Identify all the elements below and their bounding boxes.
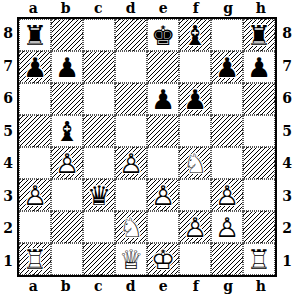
piece-glyph: ♟: [19, 51, 51, 83]
piece-glyph: ♙: [211, 211, 243, 243]
rank-label-3: 3: [0, 180, 16, 213]
piece-glyph: ♙: [51, 147, 83, 179]
piece-glyph: ♙: [179, 211, 211, 243]
rank-label-4: 4: [279, 147, 295, 180]
piece-wR-a1: ♜♖: [19, 243, 51, 275]
piece-glyph: ♜: [19, 19, 51, 51]
piece-wP-e3: ♟♙: [147, 179, 179, 211]
square-b3[interactable]: [51, 179, 83, 211]
piece-glyph: ♚: [147, 19, 179, 51]
rank-label-7: 7: [0, 50, 16, 83]
file-label-d: d: [115, 278, 148, 294]
square-c5[interactable]: [83, 115, 115, 147]
square-f2[interactable]: ♟♙: [179, 211, 211, 243]
piece-bP-f6: ♟♟: [179, 83, 211, 115]
square-f7[interactable]: [179, 51, 211, 83]
piece-glyph: ♙: [19, 179, 51, 211]
piece-wP-b4: ♟♙: [51, 147, 83, 179]
piece-glyph: ♟: [51, 51, 83, 83]
square-e2[interactable]: [147, 211, 179, 243]
square-h8[interactable]: ♜♜: [243, 19, 275, 51]
piece-bR-h8: ♜♜: [243, 19, 275, 51]
square-a4[interactable]: [19, 147, 51, 179]
square-g1[interactable]: [211, 243, 243, 275]
square-f6[interactable]: ♟♟: [179, 83, 211, 115]
square-b2[interactable]: [51, 211, 83, 243]
file-labels-top: abcdefgh: [17, 0, 277, 16]
piece-wK-e1: ♚♔: [147, 243, 179, 275]
square-b1[interactable]: [51, 243, 83, 275]
piece-glyph: ♘: [115, 211, 147, 243]
square-a6[interactable]: [19, 83, 51, 115]
rank-label-8: 8: [0, 17, 16, 50]
piece-glyph: ♟: [243, 51, 275, 83]
square-e1[interactable]: ♚♔: [147, 243, 179, 275]
square-b7[interactable]: ♟♟: [51, 51, 83, 83]
piece-bK-e8: ♚♚: [147, 19, 179, 51]
piece-glyph: ♘: [179, 147, 211, 179]
square-b6[interactable]: [51, 83, 83, 115]
square-b4[interactable]: ♟♙: [51, 147, 83, 179]
square-c2[interactable]: [83, 211, 115, 243]
square-c1[interactable]: [83, 243, 115, 275]
rank-label-8: 8: [279, 17, 295, 50]
square-g4[interactable]: [211, 147, 243, 179]
file-label-a: a: [17, 0, 50, 16]
square-d7[interactable]: [115, 51, 147, 83]
square-a3[interactable]: ♟♙: [19, 179, 51, 211]
piece-wP-d4: ♟♙: [115, 147, 147, 179]
square-d6[interactable]: [115, 83, 147, 115]
rank-label-3: 3: [279, 180, 295, 213]
rank-label-2: 2: [0, 212, 16, 245]
square-a5[interactable]: [19, 115, 51, 147]
piece-bQ-c3: ♛♛: [83, 179, 115, 211]
square-e3[interactable]: ♟♙: [147, 179, 179, 211]
piece-wQ-d1: ♛♕: [115, 243, 147, 275]
square-d8[interactable]: [115, 19, 147, 51]
piece-wP-a3: ♟♙: [19, 179, 51, 211]
piece-bP-e6: ♟♟: [147, 83, 179, 115]
piece-glyph: ♙: [115, 147, 147, 179]
file-label-h: h: [245, 278, 278, 294]
square-g2[interactable]: ♟♙: [211, 211, 243, 243]
square-g8[interactable]: [211, 19, 243, 51]
piece-glyph: ♝: [51, 115, 83, 147]
rank-label-5: 5: [0, 115, 16, 148]
piece-glyph: ♖: [19, 243, 51, 275]
piece-bP-a7: ♟♟: [19, 51, 51, 83]
square-e4[interactable]: [147, 147, 179, 179]
square-c7[interactable]: [83, 51, 115, 83]
square-c3[interactable]: ♛♛: [83, 179, 115, 211]
square-f3[interactable]: [179, 179, 211, 211]
piece-bR-a8: ♜♜: [19, 19, 51, 51]
square-h2[interactable]: [243, 211, 275, 243]
rank-label-1: 1: [279, 245, 295, 278]
square-a1[interactable]: ♜♖: [19, 243, 51, 275]
piece-glyph: ♛: [83, 179, 115, 211]
chess-board: ♜♜♚♚♝♝♜♜♟♟♟♟♟♟♟♟♟♟♟♟♝♝♟♙♟♙♞♘♟♙♛♛♟♙♟♙♞♘♟♙…: [17, 17, 277, 277]
square-e6[interactable]: ♟♟: [147, 83, 179, 115]
piece-glyph: ♟: [211, 51, 243, 83]
piece-wP-f2: ♟♙: [179, 211, 211, 243]
piece-wN-f4: ♞♘: [179, 147, 211, 179]
piece-bB-f8: ♝♝: [179, 19, 211, 51]
square-g5[interactable]: [211, 115, 243, 147]
square-a8[interactable]: ♜♜: [19, 19, 51, 51]
piece-glyph: ♔: [147, 243, 179, 275]
square-e5[interactable]: [147, 115, 179, 147]
square-h5[interactable]: [243, 115, 275, 147]
rank-label-6: 6: [279, 82, 295, 115]
piece-wR-h1: ♜♖: [243, 243, 275, 275]
square-f4[interactable]: ♞♘: [179, 147, 211, 179]
piece-glyph: ♟: [147, 83, 179, 115]
file-label-f: f: [180, 278, 213, 294]
square-a2[interactable]: [19, 211, 51, 243]
file-label-h: h: [245, 0, 278, 16]
piece-glyph: ♝: [179, 19, 211, 51]
piece-glyph: ♜: [243, 19, 275, 51]
file-labels-bottom: abcdefgh: [17, 278, 277, 294]
square-c8[interactable]: [83, 19, 115, 51]
piece-bP-h7: ♟♟: [243, 51, 275, 83]
square-d5[interactable]: [115, 115, 147, 147]
square-a7[interactable]: ♟♟: [19, 51, 51, 83]
piece-wP-g3: ♟♙: [211, 179, 243, 211]
rank-label-5: 5: [279, 115, 295, 148]
square-h3[interactable]: [243, 179, 275, 211]
file-label-b: b: [50, 0, 83, 16]
square-h4[interactable]: [243, 147, 275, 179]
piece-glyph: ♕: [115, 243, 147, 275]
square-g7[interactable]: ♟♟: [211, 51, 243, 83]
square-b5[interactable]: ♝♝: [51, 115, 83, 147]
piece-glyph: ♙: [147, 179, 179, 211]
square-d1[interactable]: ♛♕: [115, 243, 147, 275]
piece-glyph: ♖: [243, 243, 275, 275]
square-h7[interactable]: ♟♟: [243, 51, 275, 83]
piece-bP-g7: ♟♟: [211, 51, 243, 83]
square-e8[interactable]: ♚♚: [147, 19, 179, 51]
file-label-e: e: [147, 278, 180, 294]
file-label-f: f: [180, 0, 213, 16]
rank-labels-left: 87654321: [0, 17, 16, 277]
piece-bP-b7: ♟♟: [51, 51, 83, 83]
square-g6[interactable]: [211, 83, 243, 115]
file-label-d: d: [115, 0, 148, 16]
file-label-g: g: [212, 0, 245, 16]
square-g3[interactable]: ♟♙: [211, 179, 243, 211]
rank-label-4: 4: [0, 147, 16, 180]
rank-label-2: 2: [279, 212, 295, 245]
rank-label-6: 6: [0, 82, 16, 115]
file-label-b: b: [50, 278, 83, 294]
piece-glyph: ♟: [179, 83, 211, 115]
square-b8[interactable]: [51, 19, 83, 51]
file-label-c: c: [82, 278, 115, 294]
rank-label-1: 1: [0, 245, 16, 278]
square-h1[interactable]: ♜♖: [243, 243, 275, 275]
square-f5[interactable]: [179, 115, 211, 147]
square-e7[interactable]: [147, 51, 179, 83]
piece-bB-b5: ♝♝: [51, 115, 83, 147]
file-label-c: c: [82, 0, 115, 16]
square-d2[interactable]: ♞♘: [115, 211, 147, 243]
file-label-a: a: [17, 278, 50, 294]
piece-wP-g2: ♟♙: [211, 211, 243, 243]
piece-wN-d2: ♞♘: [115, 211, 147, 243]
square-h6[interactable]: [243, 83, 275, 115]
rank-label-7: 7: [279, 50, 295, 83]
square-d3[interactable]: [115, 179, 147, 211]
rank-labels-right: 87654321: [279, 17, 295, 277]
square-f8[interactable]: ♝♝: [179, 19, 211, 51]
file-label-e: e: [147, 0, 180, 16]
square-d4[interactable]: ♟♙: [115, 147, 147, 179]
square-f1[interactable]: [179, 243, 211, 275]
file-label-g: g: [212, 278, 245, 294]
piece-glyph: ♙: [211, 179, 243, 211]
square-c4[interactable]: [83, 147, 115, 179]
chess-diagram: abcdefgh abcdefgh 87654321 87654321 ♜♜♚♚…: [0, 0, 295, 295]
square-c6[interactable]: [83, 83, 115, 115]
